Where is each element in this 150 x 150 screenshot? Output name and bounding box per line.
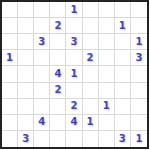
clue-cell: 1 xyxy=(131,131,147,147)
empty-cell[interactable] xyxy=(34,50,50,66)
empty-cell[interactable] xyxy=(18,34,34,50)
clue-cell: 1 xyxy=(115,18,131,34)
empty-cell[interactable] xyxy=(83,83,99,99)
empty-cell[interactable] xyxy=(50,131,66,147)
clue-cell: 1 xyxy=(66,66,82,82)
empty-cell[interactable] xyxy=(66,83,82,99)
empty-cell[interactable] xyxy=(99,83,115,99)
empty-cell[interactable] xyxy=(131,66,147,82)
empty-cell[interactable] xyxy=(115,115,131,131)
empty-cell[interactable] xyxy=(18,99,34,115)
empty-cell[interactable] xyxy=(50,115,66,131)
empty-cell[interactable] xyxy=(2,99,18,115)
empty-cell[interactable] xyxy=(34,99,50,115)
empty-cell[interactable] xyxy=(18,115,34,131)
empty-cell[interactable] xyxy=(83,131,99,147)
clue-cell: 3 xyxy=(34,34,50,50)
empty-cell[interactable] xyxy=(131,18,147,34)
clue-cell: 1 xyxy=(66,2,82,18)
empty-cell[interactable] xyxy=(66,18,82,34)
empty-cell[interactable] xyxy=(18,83,34,99)
empty-cell[interactable] xyxy=(83,99,99,115)
empty-cell[interactable] xyxy=(50,99,66,115)
empty-cell[interactable] xyxy=(99,50,115,66)
empty-cell[interactable] xyxy=(83,66,99,82)
empty-cell[interactable] xyxy=(83,34,99,50)
empty-cell[interactable] xyxy=(2,83,18,99)
empty-cell[interactable] xyxy=(50,34,66,50)
empty-cell[interactable] xyxy=(131,99,147,115)
clue-cell: 4 xyxy=(66,115,82,131)
empty-cell[interactable] xyxy=(99,66,115,82)
empty-cell[interactable] xyxy=(99,115,115,131)
empty-cell[interactable] xyxy=(18,18,34,34)
empty-cell[interactable] xyxy=(131,83,147,99)
empty-cell[interactable] xyxy=(34,131,50,147)
empty-cell[interactable] xyxy=(83,2,99,18)
empty-cell[interactable] xyxy=(99,34,115,50)
empty-cell[interactable] xyxy=(115,66,131,82)
empty-cell[interactable] xyxy=(50,50,66,66)
empty-cell[interactable] xyxy=(66,50,82,66)
empty-cell[interactable] xyxy=(99,2,115,18)
empty-cell[interactable] xyxy=(66,131,82,147)
clue-cell: 2 xyxy=(50,83,66,99)
clue-cell: 4 xyxy=(50,66,66,82)
clue-cell: 2 xyxy=(83,50,99,66)
clue-cell: 1 xyxy=(131,34,147,50)
empty-cell[interactable] xyxy=(2,2,18,18)
empty-cell[interactable] xyxy=(115,34,131,50)
empty-cell[interactable] xyxy=(115,99,131,115)
empty-cell[interactable] xyxy=(2,18,18,34)
puzzle-board: 12133112341221441331 xyxy=(0,0,149,149)
empty-cell[interactable] xyxy=(34,83,50,99)
empty-cell[interactable] xyxy=(83,18,99,34)
clue-cell: 1 xyxy=(2,50,18,66)
empty-cell[interactable] xyxy=(34,66,50,82)
clue-cell: 1 xyxy=(83,115,99,131)
empty-cell[interactable] xyxy=(2,66,18,82)
clue-cell: 3 xyxy=(115,131,131,147)
empty-cell[interactable] xyxy=(99,131,115,147)
clue-cell: 2 xyxy=(66,99,82,115)
clue-cell: 3 xyxy=(66,34,82,50)
empty-cell[interactable] xyxy=(99,18,115,34)
empty-cell[interactable] xyxy=(2,115,18,131)
clue-cell: 2 xyxy=(50,18,66,34)
clue-cell: 4 xyxy=(34,115,50,131)
clue-cell: 3 xyxy=(131,50,147,66)
empty-cell[interactable] xyxy=(34,2,50,18)
empty-cell[interactable] xyxy=(115,2,131,18)
empty-cell[interactable] xyxy=(18,66,34,82)
empty-cell[interactable] xyxy=(50,2,66,18)
empty-cell[interactable] xyxy=(115,50,131,66)
clue-cell: 1 xyxy=(99,99,115,115)
empty-cell[interactable] xyxy=(131,2,147,18)
empty-cell[interactable] xyxy=(34,18,50,34)
clue-cell: 3 xyxy=(18,131,34,147)
empty-cell[interactable] xyxy=(18,2,34,18)
empty-cell[interactable] xyxy=(2,131,18,147)
empty-cell[interactable] xyxy=(115,83,131,99)
empty-cell[interactable] xyxy=(2,34,18,50)
empty-cell[interactable] xyxy=(18,50,34,66)
empty-cell[interactable] xyxy=(131,115,147,131)
